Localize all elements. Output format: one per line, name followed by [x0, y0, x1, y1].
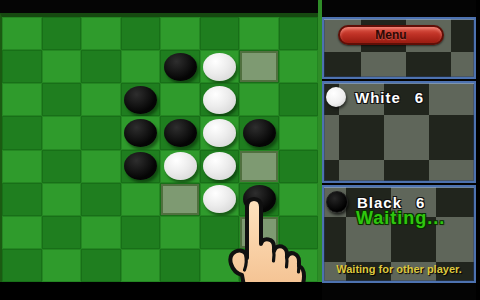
cell-d7[interactable] — [121, 216, 161, 249]
white-disc — [203, 53, 236, 81]
white-disc-icon — [326, 87, 346, 107]
sidebar: Menu White 6 Black 6 Waiting... Waiting … — [322, 0, 476, 300]
cell-d5[interactable] — [121, 150, 161, 183]
hand-tap-cursor — [226, 194, 322, 282]
black-disc — [164, 119, 197, 147]
status-waiting: Waiting... — [356, 208, 445, 229]
cell-a1[interactable] — [2, 17, 42, 50]
white-score-row: White 6 — [326, 87, 423, 107]
white-disc — [164, 152, 197, 180]
cell-d8[interactable] — [121, 249, 161, 282]
cell-a6[interactable] — [2, 183, 42, 216]
cell-e8[interactable] — [160, 249, 200, 282]
white-disc — [203, 119, 236, 147]
cell-g3[interactable] — [239, 83, 279, 116]
cell-f3[interactable] — [200, 83, 240, 116]
cell-d3[interactable] — [121, 83, 161, 116]
cell-g2[interactable] — [239, 50, 279, 83]
cell-b5[interactable] — [42, 150, 82, 183]
cell-b8[interactable] — [42, 249, 82, 282]
cell-f5[interactable] — [200, 150, 240, 183]
black-disc — [164, 53, 197, 81]
cell-d4[interactable] — [121, 116, 161, 149]
menu-button[interactable]: Menu — [338, 25, 444, 45]
cell-d2[interactable] — [121, 50, 161, 83]
black-disc — [124, 152, 157, 180]
cell-e6[interactable] — [160, 183, 200, 216]
cell-b7[interactable] — [42, 216, 82, 249]
black-disc-icon — [326, 191, 348, 213]
highlight-square — [161, 184, 199, 215]
white-score: 6 — [415, 89, 423, 106]
cell-c5[interactable] — [81, 150, 121, 183]
white-disc — [203, 152, 236, 180]
cell-b1[interactable] — [42, 17, 82, 50]
black-disc — [243, 119, 276, 147]
cell-e1[interactable] — [160, 17, 200, 50]
cell-b6[interactable] — [42, 183, 82, 216]
cell-f1[interactable] — [200, 17, 240, 50]
cell-e3[interactable] — [160, 83, 200, 116]
cell-h1[interactable] — [279, 17, 319, 50]
cell-d1[interactable] — [121, 17, 161, 50]
cell-e5[interactable] — [160, 150, 200, 183]
black-disc — [124, 86, 157, 114]
cell-a7[interactable] — [2, 216, 42, 249]
black-score-panel: Black 6 Waiting... Waiting for other pla… — [322, 185, 476, 283]
cell-h5[interactable] — [279, 150, 319, 183]
cell-a5[interactable] — [2, 150, 42, 183]
white-label: White — [355, 89, 401, 106]
cell-a8[interactable] — [2, 249, 42, 282]
cell-h2[interactable] — [279, 50, 319, 83]
cell-e7[interactable] — [160, 216, 200, 249]
cell-c4[interactable] — [81, 116, 121, 149]
game-window: Menu White 6 Black 6 Waiting... Waiting … — [0, 0, 480, 300]
cell-g4[interactable] — [239, 116, 279, 149]
cell-e2[interactable] — [160, 50, 200, 83]
cell-c8[interactable] — [81, 249, 121, 282]
cell-e4[interactable] — [160, 116, 200, 149]
cell-c1[interactable] — [81, 17, 121, 50]
white-score-panel: White 6 — [322, 81, 476, 183]
footer-message: Waiting for other player. — [324, 263, 474, 275]
cell-c7[interactable] — [81, 216, 121, 249]
cell-b2[interactable] — [42, 50, 82, 83]
board-area — [0, 0, 322, 282]
cell-a4[interactable] — [2, 116, 42, 149]
cell-d6[interactable] — [121, 183, 161, 216]
cell-b4[interactable] — [42, 116, 82, 149]
cell-h4[interactable] — [279, 116, 319, 149]
cell-f4[interactable] — [200, 116, 240, 149]
white-disc — [203, 86, 236, 114]
cell-a2[interactable] — [2, 50, 42, 83]
black-disc — [124, 119, 157, 147]
cell-g1[interactable] — [239, 17, 279, 50]
highlight-square — [240, 151, 278, 182]
highlight-square — [240, 51, 278, 82]
cell-g5[interactable] — [239, 150, 279, 183]
cell-h3[interactable] — [279, 83, 319, 116]
cell-c2[interactable] — [81, 50, 121, 83]
cell-c6[interactable] — [81, 183, 121, 216]
menu-panel: Menu — [322, 17, 476, 79]
cell-f2[interactable] — [200, 50, 240, 83]
cell-c3[interactable] — [81, 83, 121, 116]
cell-b3[interactable] — [42, 83, 82, 116]
cell-a3[interactable] — [2, 83, 42, 116]
